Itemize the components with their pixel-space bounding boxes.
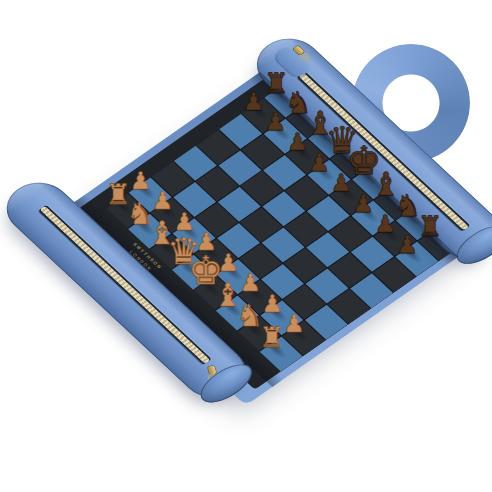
product-photo: SMYTHSON LONDON ♜♞♝♛♚♝♞♜♟♟♟♟♟♟♟♟♟♟♟♟♟♟♟♟… [0, 0, 492, 492]
zipper-flap-icon [273, 46, 313, 80]
zipper-ring-icon [206, 372, 219, 382]
